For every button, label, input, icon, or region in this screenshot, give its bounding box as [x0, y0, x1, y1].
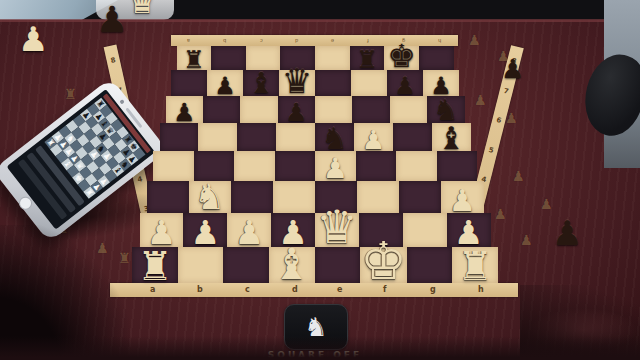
file-label: b	[197, 285, 203, 294]
square-b2: ♟	[183, 213, 227, 247]
top-coordinate-strip: abcdefgh	[171, 35, 458, 46]
square-h4	[437, 151, 478, 181]
white-p-piece: ♟	[323, 157, 348, 181]
black-k-piece: ♚	[387, 43, 416, 70]
file-label-top: g	[402, 38, 405, 44]
file-label: f	[383, 285, 386, 294]
square-d2: ♟	[271, 213, 315, 247]
square-e5: ♞	[315, 123, 354, 151]
square-h2: ♟	[447, 213, 491, 247]
rank-label: 5	[488, 146, 495, 155]
file-label: h	[478, 285, 484, 294]
square-b8	[211, 46, 246, 70]
square-d4	[275, 151, 316, 181]
white-p-piece: ♟	[278, 219, 308, 247]
black-r-piece: ♜	[356, 50, 378, 70]
white-p-piece: ♟	[449, 188, 476, 214]
white-n-piece: ♞	[194, 183, 225, 213]
square-b7: ♟	[207, 70, 243, 96]
white-p-piece: ♟	[191, 219, 221, 247]
rank-label: 4	[137, 175, 144, 184]
square-d7: ♛	[279, 70, 315, 96]
white-p-piece: ♟	[147, 219, 177, 247]
captured-piece: ♟	[96, 2, 128, 38]
file-label: g	[430, 285, 436, 294]
rank-label: 6	[495, 116, 502, 125]
square-f3	[357, 181, 399, 213]
square-h8	[419, 46, 454, 70]
square-c2: ♟	[227, 213, 271, 247]
file-label-top: d	[295, 38, 298, 44]
square-e2: ♛	[315, 213, 359, 247]
board-row: ♜♜♚	[177, 46, 454, 70]
black-b-piece: ♝	[248, 71, 274, 96]
square-c8	[246, 46, 281, 70]
black-b-piece: ♝	[437, 125, 465, 151]
square-h6: ♞	[427, 96, 464, 123]
square-f6	[352, 96, 389, 123]
captured-piece: ♟	[501, 56, 524, 82]
square-g5	[393, 123, 432, 151]
white-r-piece: ♜	[137, 249, 173, 283]
file-label: a	[150, 285, 155, 294]
square-g3	[399, 181, 441, 213]
square-g4	[396, 151, 437, 181]
board-row: ♟♟♞	[166, 96, 465, 123]
square-f4	[356, 151, 397, 181]
file-label-top: c	[260, 38, 263, 44]
file-label-top: a	[187, 38, 190, 44]
board-row: ♜♝♚♜	[132, 247, 498, 283]
square-a6: ♟	[166, 96, 203, 123]
black-q-piece: ♛	[282, 67, 312, 96]
black-n-piece: ♞	[321, 126, 348, 152]
board-row: ♟	[153, 151, 477, 181]
square-g1	[407, 247, 453, 283]
black-n-piece: ♞	[433, 98, 459, 123]
board-row: ♞♟♝	[160, 123, 471, 151]
board-row: ♟♝♛♟♟	[171, 70, 459, 96]
square-a5	[160, 123, 199, 151]
square-f2	[359, 213, 403, 247]
square-b5	[198, 123, 237, 151]
black-p-piece: ♟	[214, 76, 236, 96]
square-f7	[351, 70, 387, 96]
black-p-piece: ♟	[430, 76, 452, 96]
black-p-piece: ♟	[394, 76, 416, 96]
black-p-piece: ♟	[285, 102, 307, 123]
square-a4	[153, 151, 194, 181]
square-e8	[315, 46, 350, 70]
square-b6	[203, 96, 240, 123]
file-label-top: f	[367, 38, 369, 44]
shadow-bottom	[0, 336, 640, 360]
square-g7: ♟	[387, 70, 423, 96]
black-p-piece: ♟	[173, 102, 195, 123]
square-h7: ♟	[423, 70, 459, 96]
photo-scene: ♜♟♜♟♜♟♜♟♟♟♟♟♟♟♟♟ abcdefgh 87654321 87654…	[0, 0, 640, 360]
square-a8: ♜	[177, 46, 212, 70]
square-b3: ♞	[189, 181, 231, 213]
square-a7	[171, 70, 207, 96]
square-e3	[315, 181, 357, 213]
file-label: c	[245, 285, 250, 294]
square-c3	[231, 181, 273, 213]
square-e1	[315, 247, 361, 283]
square-c1	[223, 247, 269, 283]
square-f5: ♟	[354, 123, 393, 151]
file-label-top: e	[331, 38, 334, 44]
square-f8: ♜	[350, 46, 385, 70]
square-c4	[234, 151, 275, 181]
square-d1: ♝	[269, 247, 315, 283]
square-e4: ♟	[315, 151, 356, 181]
square-h1: ♜	[452, 247, 498, 283]
captured-piece: ♟	[552, 216, 582, 250]
white-p-piece: ♟	[454, 219, 484, 247]
square-h5: ♝	[432, 123, 471, 151]
captured-piece: ♛	[127, 0, 157, 18]
square-h3: ♟	[441, 181, 483, 213]
white-b-piece: ♝	[272, 246, 311, 283]
square-a1: ♜	[132, 247, 178, 283]
square-b1	[178, 247, 224, 283]
white-p-piece: ♟	[362, 129, 385, 151]
board-row: ♟♟♟♟♛♟	[140, 213, 491, 247]
phone-camera	[119, 99, 125, 105]
white-q-piece: ♛	[316, 208, 357, 247]
captured-piece: ♟	[18, 22, 48, 56]
rank-label: 7	[503, 87, 510, 96]
square-d5	[276, 123, 315, 151]
white-p-piece: ♟	[234, 219, 264, 247]
square-d3	[273, 181, 315, 213]
square-a2: ♟	[140, 213, 184, 247]
file-label-top: b	[223, 38, 226, 44]
square-e6	[315, 96, 352, 123]
square-d8	[280, 46, 315, 70]
square-f1: ♚	[360, 247, 407, 283]
white-r-piece: ♜	[457, 249, 493, 283]
square-g8: ♚	[384, 46, 419, 70]
file-label: e	[337, 285, 342, 294]
square-a3	[147, 181, 189, 213]
square-c7: ♝	[243, 70, 279, 96]
black-r-piece: ♜	[183, 50, 205, 70]
bottom-file-strip: abcdefgh	[110, 283, 518, 297]
file-label-top: h	[438, 38, 441, 44]
square-c5	[237, 123, 276, 151]
board-row: ♞♟	[147, 181, 484, 213]
square-e7	[315, 70, 351, 96]
square-b4	[194, 151, 235, 181]
rank-label: 8	[110, 56, 117, 65]
file-label: d	[292, 285, 298, 294]
square-g2	[403, 213, 447, 247]
square-g6	[390, 96, 427, 123]
square-d6: ♟	[278, 96, 315, 123]
square-c6	[240, 96, 277, 123]
